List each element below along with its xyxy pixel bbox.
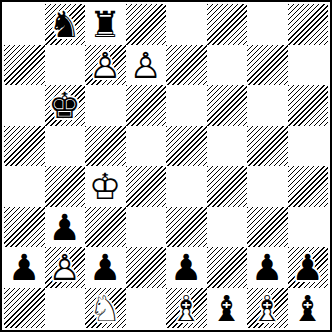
square-h5[interactable]: [288, 126, 329, 167]
square-h4[interactable]: [288, 166, 329, 207]
white-bishop-outline-icon: ♗: [166, 289, 207, 330]
square-a4[interactable]: [4, 166, 45, 207]
square-h8[interactable]: [288, 4, 329, 45]
black-pawn-icon: ♟: [166, 248, 207, 289]
square-e2[interactable]: ♟: [166, 247, 207, 288]
square-c7[interactable]: ♟♙: [85, 45, 126, 86]
chess-board: ♞♜♟♙♟♙♚♚♔♟♟♟♙♟♟♟♟♞♘♝♗♝♝♗♝: [4, 4, 328, 328]
black-bishop-icon: ♝: [288, 289, 329, 330]
black-pawn-icon: ♟: [288, 248, 329, 289]
square-f1[interactable]: ♝: [207, 288, 248, 329]
square-b4[interactable]: [45, 166, 86, 207]
white-pawn-c7: ♟♙: [85, 45, 126, 86]
white-bishop-g1: ♝♗: [247, 288, 288, 329]
square-b1[interactable]: [45, 288, 86, 329]
black-rook-c8: ♜: [85, 4, 126, 45]
white-king-c4: ♚♔: [85, 166, 126, 207]
square-e6[interactable]: [166, 85, 207, 126]
square-h6[interactable]: [288, 85, 329, 126]
square-h2[interactable]: ♟: [288, 247, 329, 288]
square-d8[interactable]: [126, 4, 167, 45]
white-bishop-e1: ♝♗: [166, 288, 207, 329]
square-g7[interactable]: [247, 45, 288, 86]
square-a1[interactable]: [4, 288, 45, 329]
square-e8[interactable]: [166, 4, 207, 45]
black-rook-icon: ♜: [85, 5, 126, 46]
square-c4[interactable]: ♚♔: [85, 166, 126, 207]
square-f7[interactable]: [207, 45, 248, 86]
square-a5[interactable]: [4, 126, 45, 167]
square-f2[interactable]: [207, 247, 248, 288]
square-c6[interactable]: [85, 85, 126, 126]
square-c1[interactable]: ♞♘: [85, 288, 126, 329]
square-f5[interactable]: [207, 126, 248, 167]
square-g2[interactable]: ♟: [247, 247, 288, 288]
square-g5[interactable]: [247, 126, 288, 167]
black-bishop-f1: ♝: [207, 288, 248, 329]
black-king-icon: ♚: [45, 86, 86, 127]
black-pawn-icon: ♟: [247, 248, 288, 289]
square-a6[interactable]: [4, 85, 45, 126]
chess-board-frame: ♞♜♟♙♟♙♚♚♔♟♟♟♙♟♟♟♟♞♘♝♗♝♝♗♝: [0, 0, 332, 332]
black-pawn-e2: ♟: [166, 247, 207, 288]
black-knight-icon: ♞: [45, 5, 86, 46]
square-a7[interactable]: [4, 45, 45, 86]
square-d5[interactable]: [126, 126, 167, 167]
square-g8[interactable]: [247, 4, 288, 45]
square-b6[interactable]: ♚: [45, 85, 86, 126]
square-d1[interactable]: [126, 288, 167, 329]
square-d2[interactable]: [126, 247, 167, 288]
black-bishop-icon: ♝: [207, 289, 248, 330]
square-f4[interactable]: [207, 166, 248, 207]
square-e7[interactable]: [166, 45, 207, 86]
square-c3[interactable]: [85, 207, 126, 248]
white-bishop-outline-icon: ♗: [247, 289, 288, 330]
white-pawn-b2: ♟♙: [45, 247, 86, 288]
black-pawn-g2: ♟: [247, 247, 288, 288]
black-pawn-a2: ♟: [4, 247, 45, 288]
square-a2[interactable]: ♟: [4, 247, 45, 288]
square-g3[interactable]: [247, 207, 288, 248]
black-pawn-icon: ♟: [45, 208, 86, 249]
square-g1[interactable]: ♝♗: [247, 288, 288, 329]
square-d7[interactable]: ♟♙: [126, 45, 167, 86]
square-c2[interactable]: ♟: [85, 247, 126, 288]
black-king-b6: ♚: [45, 85, 86, 126]
black-pawn-b3: ♟: [45, 207, 86, 248]
square-b5[interactable]: [45, 126, 86, 167]
square-e4[interactable]: [166, 166, 207, 207]
square-a3[interactable]: [4, 207, 45, 248]
black-pawn-icon: ♟: [85, 248, 126, 289]
square-d3[interactable]: [126, 207, 167, 248]
white-pawn-outline-icon: ♙: [45, 248, 86, 289]
black-knight-b8: ♞: [45, 4, 86, 45]
square-h3[interactable]: [288, 207, 329, 248]
square-b3[interactable]: ♟: [45, 207, 86, 248]
black-pawn-icon: ♟: [4, 248, 45, 289]
black-bishop-h1: ♝: [288, 288, 329, 329]
square-h7[interactable]: [288, 45, 329, 86]
white-pawn-outline-icon: ♙: [126, 46, 167, 87]
black-pawn-h2: ♟: [288, 247, 329, 288]
square-e5[interactable]: [166, 126, 207, 167]
square-d6[interactable]: [126, 85, 167, 126]
square-g4[interactable]: [247, 166, 288, 207]
white-king-outline-icon: ♔: [85, 167, 126, 208]
square-b2[interactable]: ♟♙: [45, 247, 86, 288]
square-f6[interactable]: [207, 85, 248, 126]
square-a8[interactable]: [4, 4, 45, 45]
square-e1[interactable]: ♝♗: [166, 288, 207, 329]
white-knight-outline-icon: ♘: [85, 289, 126, 330]
square-d4[interactable]: [126, 166, 167, 207]
square-c5[interactable]: [85, 126, 126, 167]
square-e3[interactable]: [166, 207, 207, 248]
square-c8[interactable]: ♜: [85, 4, 126, 45]
square-h1[interactable]: ♝: [288, 288, 329, 329]
white-knight-c1: ♞♘: [85, 288, 126, 329]
black-pawn-c2: ♟: [85, 247, 126, 288]
square-g6[interactable]: [247, 85, 288, 126]
square-f3[interactable]: [207, 207, 248, 248]
square-b8[interactable]: ♞: [45, 4, 86, 45]
square-b7[interactable]: [45, 45, 86, 86]
white-pawn-outline-icon: ♙: [85, 46, 126, 87]
white-pawn-d7: ♟♙: [126, 45, 167, 86]
square-f8[interactable]: [207, 4, 248, 45]
